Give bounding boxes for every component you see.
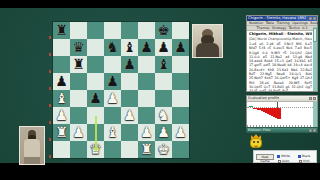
square-d5[interactable]: ♟ bbox=[104, 73, 121, 90]
square-b2[interactable]: ♟ bbox=[70, 124, 87, 141]
board-edge-markers bbox=[49, 22, 51, 158]
square-a8[interactable]: ♜ bbox=[53, 22, 70, 39]
square-a5[interactable]: ♟ bbox=[53, 73, 70, 90]
notation-body[interactable]: Chigorin, Mikhail - Steinitz, Wilhelm 0-… bbox=[247, 31, 317, 91]
portrait-lower bbox=[24, 157, 40, 164]
square-f8[interactable] bbox=[138, 22, 155, 39]
kibitzer-title: Kibitzer: Fritz bbox=[248, 128, 270, 133]
square-c7[interactable] bbox=[87, 39, 104, 56]
move-arrow bbox=[95, 116, 97, 150]
white-bishop[interactable]: ♝ bbox=[104, 124, 121, 141]
square-a2[interactable]: ♜ bbox=[53, 124, 70, 141]
portrait-torso bbox=[24, 139, 40, 157]
square-d7[interactable]: ♞ bbox=[104, 39, 121, 56]
square-b1[interactable] bbox=[70, 141, 87, 158]
restore-icon[interactable] bbox=[309, 129, 312, 132]
white-pawn[interactable]: ♟ bbox=[104, 90, 121, 107]
square-h3[interactable] bbox=[172, 107, 189, 124]
restore-icon[interactable] bbox=[309, 97, 312, 100]
square-a1[interactable] bbox=[53, 141, 70, 158]
legend-color-chip bbox=[277, 155, 280, 158]
white-pawn[interactable]: ♟ bbox=[172, 124, 189, 141]
square-b5[interactable] bbox=[70, 73, 87, 90]
white-pawn[interactable]: ♟ bbox=[155, 124, 172, 141]
white-king[interactable]: ♚ bbox=[155, 141, 172, 158]
evaluation-chart[interactable] bbox=[247, 102, 317, 128]
legend-black: Black bbox=[298, 154, 310, 158]
game-header: Chigorin, Mikhail - Steinitz, Wilhelm 0-… bbox=[249, 32, 312, 37]
square-d4[interactable]: ♟ bbox=[104, 90, 121, 107]
square-e6[interactable]: ♟ bbox=[121, 56, 138, 73]
black-king[interactable]: ♚ bbox=[155, 22, 172, 39]
black-bishop[interactable]: ♝ bbox=[155, 56, 172, 73]
current-move-marker bbox=[277, 102, 278, 108]
square-c4[interactable]: ♟ bbox=[87, 90, 104, 107]
square-h4[interactable] bbox=[172, 90, 189, 107]
square-g1[interactable]: ♚ bbox=[155, 141, 172, 158]
black-pawn[interactable]: ♟ bbox=[53, 73, 70, 90]
legend-color-chip bbox=[298, 155, 301, 158]
notation-scrollbar[interactable] bbox=[313, 27, 317, 91]
square-h6[interactable] bbox=[172, 56, 189, 73]
portrait-torso bbox=[196, 43, 219, 57]
black-pawn[interactable]: ♟ bbox=[138, 39, 155, 56]
black-pawn[interactable]: ♟ bbox=[172, 39, 189, 56]
move-arrow-head bbox=[93, 148, 99, 152]
square-c6[interactable] bbox=[87, 56, 104, 73]
control-strip: New Game White Black Auto Hint bbox=[253, 150, 317, 163]
square-h7[interactable]: ♟ bbox=[172, 39, 189, 56]
checkbox-icon[interactable] bbox=[278, 160, 281, 163]
square-g8[interactable]: ♚ bbox=[155, 22, 172, 39]
eval-bar bbox=[279, 108, 281, 119]
notation-window: Chigorin - Steinitz, Havana 1892 Notatio… bbox=[246, 15, 318, 92]
square-g3[interactable]: ♞ bbox=[155, 107, 172, 124]
square-f6[interactable] bbox=[138, 56, 155, 73]
black-rook[interactable]: ♜ bbox=[70, 56, 87, 73]
black-rook[interactable]: ♜ bbox=[53, 22, 70, 39]
kibitzer-titlebar[interactable]: Kibitzer: Fritz bbox=[246, 127, 318, 133]
square-e1[interactable] bbox=[121, 141, 138, 158]
option-label: Hint bbox=[303, 159, 309, 163]
kibitzer-mascot-king-icon bbox=[249, 134, 263, 149]
square-d2[interactable]: ♝ bbox=[104, 124, 121, 141]
black-pawn[interactable]: ♟ bbox=[87, 90, 104, 107]
square-d6[interactable] bbox=[104, 56, 121, 73]
evaluation-profile-window: Evaluation profile bbox=[246, 95, 318, 129]
move-list[interactable]: 1.e4 e6 2.d4 d5 3.Nc3 Nf6 4.e5 Nfd7 5.f4… bbox=[249, 42, 312, 91]
square-b4[interactable] bbox=[70, 90, 87, 107]
black-pawn[interactable]: ♟ bbox=[104, 73, 121, 90]
new-game-button[interactable]: New Game bbox=[256, 154, 274, 160]
option-label: Auto bbox=[282, 159, 289, 163]
close-icon[interactable] bbox=[313, 129, 316, 132]
square-e2[interactable] bbox=[121, 124, 138, 141]
eval-bar bbox=[251, 106, 253, 107]
square-f1[interactable]: ♜ bbox=[138, 141, 155, 158]
white-player-photo bbox=[19, 126, 45, 165]
white-knight[interactable]: ♞ bbox=[155, 107, 172, 124]
scrollbar-thumb[interactable] bbox=[313, 28, 317, 42]
checkbox-icon[interactable] bbox=[299, 160, 302, 163]
square-d1[interactable] bbox=[104, 141, 121, 158]
close-icon[interactable] bbox=[313, 97, 316, 100]
square-b6[interactable]: ♜ bbox=[70, 56, 87, 73]
black-pawn[interactable]: ♟ bbox=[121, 56, 138, 73]
mascot-eye bbox=[257, 141, 259, 143]
menu-item[interactable]: Tactics bbox=[289, 26, 300, 31]
square-e7[interactable]: ♝ bbox=[121, 39, 138, 56]
white-pawn[interactable]: ♟ bbox=[138, 124, 155, 141]
square-c5[interactable] bbox=[87, 73, 104, 90]
chess-board[interactable]: ♜♚♛♞♝♟♟♟♜♟♝♟♟♝♟♟♟♟♞♜♟♝♟♟♟♛♜♚ bbox=[53, 22, 189, 158]
square-h2[interactable]: ♟ bbox=[172, 124, 189, 141]
menu-item[interactable]: Themes bbox=[256, 26, 269, 31]
square-c8[interactable] bbox=[87, 22, 104, 39]
square-g2[interactable]: ♟ bbox=[155, 124, 172, 141]
square-e5[interactable] bbox=[121, 73, 138, 90]
square-h1[interactable] bbox=[172, 141, 189, 158]
black-bishop[interactable]: ♝ bbox=[121, 39, 138, 56]
square-h8[interactable] bbox=[172, 22, 189, 39]
square-g5[interactable] bbox=[155, 73, 172, 90]
white-bishop[interactable]: ♝ bbox=[53, 90, 70, 107]
option-hint[interactable]: Hint bbox=[299, 159, 309, 163]
menu-item[interactable]: Book bbox=[310, 21, 318, 26]
mascot-eye bbox=[253, 141, 255, 143]
square-g4[interactable] bbox=[155, 90, 172, 107]
square-a6[interactable] bbox=[53, 56, 70, 73]
square-b3[interactable] bbox=[70, 107, 87, 124]
black-player-photo bbox=[192, 24, 223, 58]
square-e3[interactable]: ♟ bbox=[121, 107, 138, 124]
evaluation-scrollbar[interactable] bbox=[313, 102, 317, 128]
app-background: ♜♚♛♞♝♟♟♟♜♟♝♟♟♝♟♟♟♟♞♜♟♝♟♟♟♛♜♚ Chigorin - … bbox=[0, 8, 320, 163]
white-rook[interactable]: ♜ bbox=[138, 141, 155, 158]
black-queen[interactable]: ♛ bbox=[70, 39, 87, 56]
legend-label: Black bbox=[302, 154, 310, 158]
square-g7[interactable]: ♟ bbox=[155, 39, 172, 56]
menu-item[interactable]: 0-1 bbox=[302, 26, 307, 31]
option-auto[interactable]: Auto bbox=[278, 159, 289, 163]
legend-label: White bbox=[281, 154, 290, 158]
square-d8[interactable] bbox=[104, 22, 121, 39]
square-f3[interactable] bbox=[138, 107, 155, 124]
white-pawn[interactable]: ♟ bbox=[70, 124, 87, 141]
square-e4[interactable] bbox=[121, 90, 138, 107]
square-d3[interactable] bbox=[104, 107, 121, 124]
square-f5[interactable] bbox=[138, 73, 155, 90]
evaluation-title: Evaluation profile bbox=[248, 96, 279, 101]
square-a4[interactable]: ♝ bbox=[53, 90, 70, 107]
legend-white: White bbox=[277, 154, 290, 158]
square-h5[interactable] bbox=[172, 73, 189, 90]
square-e8[interactable] bbox=[121, 22, 138, 39]
white-pawn[interactable]: ♟ bbox=[53, 107, 70, 124]
square-a3[interactable]: ♟ bbox=[53, 107, 70, 124]
square-b7[interactable]: ♛ bbox=[70, 39, 87, 56]
square-f7[interactable]: ♟ bbox=[138, 39, 155, 56]
square-g6[interactable]: ♝ bbox=[155, 56, 172, 73]
square-f4[interactable] bbox=[138, 90, 155, 107]
game-subheader: [Db] World Championship Match, Havana (2… bbox=[249, 37, 312, 41]
black-knight[interactable]: ♞ bbox=[104, 39, 121, 56]
black-pawn[interactable]: ♟ bbox=[155, 39, 172, 56]
white-rook[interactable]: ♜ bbox=[53, 124, 70, 141]
square-b8[interactable] bbox=[70, 22, 87, 39]
menu-item[interactable]: Strategy bbox=[272, 26, 286, 31]
white-pawn[interactable]: ♟ bbox=[121, 107, 138, 124]
square-a7[interactable] bbox=[53, 39, 70, 56]
square-f2[interactable]: ♟ bbox=[138, 124, 155, 141]
